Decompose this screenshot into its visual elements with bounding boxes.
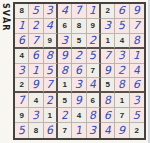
handwritten-digit: 5	[118, 20, 126, 32]
cell-r5c8[interactable]: 2	[115, 64, 129, 79]
handwritten-digit: 7	[32, 35, 40, 46]
handwritten-digit: 6	[133, 79, 141, 90]
cell-r7c7[interactable]: 8	[101, 93, 115, 108]
handwritten-digit: 4	[61, 5, 69, 16]
cell-r4c3[interactable]: 8	[44, 49, 58, 64]
cell-r3c8[interactable]: 4	[115, 34, 129, 49]
cell-r9c8[interactable]: 9	[115, 123, 129, 138]
printed-digit: 4	[120, 36, 124, 45]
cell-r9c6[interactable]: 3	[87, 123, 101, 138]
cell-r5c7[interactable]: 9	[101, 64, 115, 79]
difficulty-label: SVÅR	[1, 3, 10, 31]
handwritten-digit: 9	[61, 50, 69, 62]
printed-digit: 2	[135, 126, 139, 135]
printed-digit: 8	[34, 126, 38, 135]
cell-r8c8[interactable]: 7	[115, 108, 129, 123]
printed-digit: 9	[19, 111, 23, 120]
handwritten-digit: 6	[46, 125, 54, 137]
printed-digit: 5	[105, 80, 109, 89]
handwritten-digit: 3	[75, 79, 83, 90]
cell-r4c8[interactable]: 3	[115, 49, 129, 64]
handwritten-digit: 5	[46, 65, 54, 77]
cell-r5c2[interactable]: 1	[29, 64, 43, 79]
cell-r6c9[interactable]: 6	[130, 78, 144, 93]
handwritten-digit: 1	[133, 50, 141, 61]
handwritten-digit: 9	[118, 125, 126, 136]
handwritten-digit: 6	[104, 109, 112, 120]
handwritten-digit: 7	[104, 50, 112, 61]
handwritten-digit: 5	[32, 5, 40, 16]
handwritten-digit: 4	[104, 125, 112, 137]
cell-r3c2[interactable]: 7	[29, 34, 43, 49]
cell-r8c2[interactable]: 3	[29, 108, 43, 123]
cell-r5c6[interactable]: 7	[87, 64, 101, 79]
cell-r6c3[interactable]: 7	[44, 78, 58, 93]
cell-r4c2[interactable]: 6	[29, 49, 43, 64]
cell-r3c5[interactable]: 5	[72, 34, 86, 49]
handwritten-digit: 2	[46, 94, 54, 106]
handwritten-digit: 7	[46, 79, 54, 90]
handwritten-digit: 5	[89, 50, 97, 62]
cell-r2c4[interactable]: 6	[58, 19, 72, 34]
cell-r7c1[interactable]: 7	[15, 93, 29, 108]
sudoku-puzzle-scan: SVÅR 85347126912468935767935214846892573…	[0, 0, 150, 143]
cell-r2c6[interactable]: 9	[87, 19, 101, 34]
handwritten-digit: 8	[118, 79, 126, 91]
cell-r4c1[interactable]: 4	[15, 49, 29, 64]
cell-r8c3[interactable]: 1	[44, 108, 58, 123]
handwritten-digit: 8	[46, 50, 54, 61]
handwritten-digit: 3	[118, 50, 126, 62]
cell-r5c3[interactable]: 5	[44, 64, 58, 79]
cell-r9c5[interactable]: 1	[72, 123, 86, 138]
printed-digit: 4	[77, 111, 81, 120]
cell-r9c2[interactable]: 8	[29, 123, 43, 138]
cell-r6c5[interactable]: 3	[72, 78, 86, 93]
cell-r6c6[interactable]: 4	[87, 78, 101, 93]
handwritten-digit: 4	[89, 79, 97, 91]
cell-r9c1[interactable]: 5	[15, 123, 29, 138]
printed-digit: 9	[91, 21, 95, 30]
printed-digit: 5	[77, 36, 81, 45]
cell-r3c1[interactable]: 6	[15, 34, 29, 49]
cell-r1c9[interactable]: 9	[130, 4, 144, 19]
cell-r4c5[interactable]: 2	[72, 49, 86, 64]
handwritten-digit: 6	[32, 50, 40, 62]
cell-r2c9[interactable]: 7	[130, 19, 144, 34]
handwritten-digit: 3	[133, 94, 141, 106]
handwritten-digit: 7	[133, 20, 141, 31]
cell-r3c6[interactable]: 2	[87, 34, 101, 49]
handwritten-digit: 9	[32, 79, 40, 91]
cell-r1c8[interactable]: 6	[115, 4, 129, 19]
cell-r7c9[interactable]: 3	[130, 93, 144, 108]
cell-r4c9[interactable]: 1	[130, 49, 144, 64]
handwritten-digit: 3	[61, 35, 69, 46]
handwritten-digit: 3	[46, 5, 54, 17]
cell-r3c4[interactable]: 3	[58, 34, 72, 49]
handwritten-digit: 9	[75, 94, 83, 106]
handwritten-digit: 7	[18, 94, 26, 106]
cell-r1c5[interactable]: 7	[72, 4, 86, 19]
cell-r8c9[interactable]: 5	[130, 108, 144, 123]
cell-r7c3[interactable]: 2	[44, 93, 58, 108]
printed-digit: 7	[91, 66, 95, 75]
cell-r2c2[interactable]: 2	[29, 19, 43, 34]
cell-r7c6[interactable]: 6	[87, 93, 101, 108]
printed-digit: 2	[19, 80, 23, 89]
cell-r7c5[interactable]: 9	[72, 93, 86, 108]
cell-r6c8[interactable]: 8	[115, 78, 129, 93]
handwritten-digit: 6	[75, 65, 83, 77]
cell-r4c4[interactable]: 9	[58, 49, 72, 64]
cell-r4c6[interactable]: 5	[87, 49, 101, 64]
cell-r1c2[interactable]: 5	[29, 4, 43, 19]
cell-r8c4[interactable]: 2	[58, 108, 72, 123]
handwritten-digit: 2	[75, 50, 83, 61]
cell-r7c8[interactable]: 1	[115, 93, 129, 108]
printed-digit: 8	[77, 21, 81, 30]
handwritten-digit: 5	[18, 125, 26, 137]
printed-digit: 6	[62, 21, 66, 30]
handwritten-digit: 2	[32, 20, 40, 32]
cell-r7c4[interactable]: 5	[58, 93, 72, 108]
printed-digit: 1	[48, 111, 52, 120]
handwritten-digit: 6	[118, 5, 126, 16]
printed-digit: 4	[34, 96, 38, 105]
handwritten-digit: 1	[75, 125, 83, 137]
cell-r1c6[interactable]: 1	[87, 4, 101, 19]
printed-digit: 1	[105, 36, 109, 45]
printed-digit: 1	[120, 96, 124, 105]
cell-r2c7[interactable]: 3	[101, 19, 115, 34]
cell-r9c3[interactable]: 6	[44, 123, 58, 138]
handwritten-digit: 9	[133, 5, 141, 17]
printed-digit: 5	[62, 96, 66, 105]
cell-r6c2[interactable]: 9	[29, 78, 43, 93]
scan-edge-strip	[148, 0, 150, 143]
printed-digit: 1	[62, 80, 66, 89]
cell-r2c8[interactable]: 5	[115, 19, 129, 34]
handwritten-digit: 8	[61, 65, 69, 76]
cell-r2c3[interactable]: 4	[44, 19, 58, 34]
handwritten-digit: 1	[89, 5, 97, 16]
cell-r1c1[interactable]: 8	[15, 4, 29, 19]
cell-r3c3[interactable]: 9	[44, 34, 58, 49]
handwritten-digit: 4	[133, 65, 141, 77]
handwritten-digit: 7	[75, 5, 83, 17]
cell-r5c1[interactable]: 3	[15, 64, 29, 79]
handwritten-digit: 6	[18, 34, 26, 46]
cell-r7c2[interactable]: 4	[29, 93, 43, 108]
cell-r9c9[interactable]: 2	[130, 123, 144, 138]
handwritten-digit: 2	[89, 35, 97, 46]
printed-digit: 8	[19, 6, 23, 15]
printed-digit: 4	[19, 51, 23, 60]
handwritten-digit: 2	[118, 65, 126, 76]
handwritten-digit: 3	[18, 65, 26, 77]
cell-r3c7[interactable]: 1	[101, 34, 115, 49]
cell-r8c1[interactable]: 9	[15, 108, 29, 123]
cell-r2c5[interactable]: 8	[72, 19, 86, 34]
cell-r8c7[interactable]: 6	[101, 108, 115, 123]
handwritten-digit: 3	[89, 125, 97, 136]
handwritten-digit: 5	[133, 109, 141, 120]
cell-r6c1[interactable]: 2	[15, 78, 29, 93]
handwritten-digit: 8	[104, 94, 112, 106]
cell-r1c7[interactable]: 2	[101, 4, 115, 19]
cell-r8c6[interactable]: 8	[87, 108, 101, 123]
cell-r5c9[interactable]: 4	[130, 64, 144, 79]
handwritten-digit: 8	[89, 109, 97, 121]
cell-r3c9[interactable]: 8	[130, 34, 144, 49]
cell-r1c3[interactable]: 3	[44, 4, 58, 19]
printed-digit: 7	[120, 111, 124, 120]
cell-r1c4[interactable]: 4	[58, 4, 72, 19]
handwritten-digit: 4	[46, 20, 54, 31]
cell-r4c7[interactable]: 7	[101, 49, 115, 64]
cell-r6c7[interactable]: 5	[101, 78, 115, 93]
cell-r2c1[interactable]: 1	[15, 19, 29, 34]
handwritten-digit: 1	[32, 65, 40, 76]
printed-digit: 9	[48, 36, 52, 45]
handwritten-digit: 9	[104, 65, 112, 77]
handwritten-digit: 3	[32, 109, 40, 121]
handwritten-digit: 1	[18, 20, 26, 31]
printed-digit: 6	[91, 96, 95, 105]
handwritten-digit: 3	[104, 20, 112, 31]
cell-r9c7[interactable]: 4	[101, 123, 115, 138]
printed-digit: 2	[105, 6, 109, 15]
cell-r5c5[interactable]: 6	[72, 64, 86, 79]
cell-r5c4[interactable]: 8	[58, 64, 72, 79]
cell-r9c4[interactable]: 7	[58, 123, 72, 138]
handwritten-digit: 2	[61, 109, 69, 121]
printed-digit: 7	[62, 126, 66, 135]
handwritten-digit: 8	[133, 34, 141, 46]
cell-r6c4[interactable]: 1	[58, 78, 72, 93]
cell-r8c5[interactable]: 4	[72, 108, 86, 123]
sudoku-board: 8534712691246893576793521484689257313158…	[13, 2, 146, 140]
